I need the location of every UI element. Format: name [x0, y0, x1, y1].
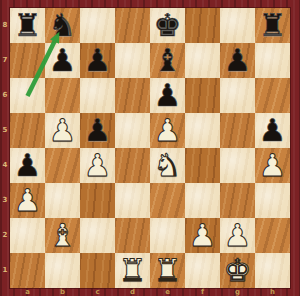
rank-label-5: 5	[0, 113, 10, 148]
board: ♜♞♚♜♟♟♝♟♟♟♟♟♟♟♟♞♟♟♝♟♟♜♜♚	[10, 8, 290, 288]
piece-black-pawn[interactable]: ♟	[220, 43, 255, 78]
square-f6[interactable]	[185, 78, 220, 113]
square-a2[interactable]	[10, 218, 45, 253]
square-e1[interactable]: ♜	[150, 253, 185, 288]
piece-black-rook[interactable]: ♜	[255, 8, 290, 43]
square-h2[interactable]	[255, 218, 290, 253]
square-d5[interactable]	[115, 113, 150, 148]
square-a8[interactable]: ♜	[10, 8, 45, 43]
file-label-a: a	[10, 288, 45, 296]
square-e3[interactable]	[150, 183, 185, 218]
square-b1[interactable]	[45, 253, 80, 288]
square-h4[interactable]: ♟	[255, 148, 290, 183]
square-g4[interactable]	[220, 148, 255, 183]
square-b6[interactable]	[45, 78, 80, 113]
piece-black-pawn[interactable]: ♟	[80, 43, 115, 78]
square-a4[interactable]: ♟	[10, 148, 45, 183]
piece-white-pawn[interactable]: ♟	[45, 113, 80, 148]
piece-black-pawn[interactable]: ♟	[80, 113, 115, 148]
square-c2[interactable]	[80, 218, 115, 253]
piece-white-pawn[interactable]: ♟	[220, 218, 255, 253]
square-g1[interactable]: ♚	[220, 253, 255, 288]
file-label-e: e	[150, 288, 185, 296]
piece-white-pawn[interactable]: ♟	[10, 183, 45, 218]
rank-label-1: 1	[0, 253, 10, 288]
square-g2[interactable]: ♟	[220, 218, 255, 253]
square-g5[interactable]	[220, 113, 255, 148]
piece-black-pawn[interactable]: ♟	[150, 78, 185, 113]
square-d3[interactable]	[115, 183, 150, 218]
square-a6[interactable]	[10, 78, 45, 113]
rank-label-4: 4	[0, 148, 10, 183]
square-f5[interactable]	[185, 113, 220, 148]
piece-black-pawn[interactable]: ♟	[10, 148, 45, 183]
square-b3[interactable]	[45, 183, 80, 218]
piece-black-king[interactable]: ♚	[150, 8, 185, 43]
square-e5[interactable]: ♟	[150, 113, 185, 148]
square-b4[interactable]	[45, 148, 80, 183]
piece-white-rook[interactable]: ♜	[115, 253, 150, 288]
piece-white-bishop[interactable]: ♝	[45, 218, 80, 253]
square-a1[interactable]	[10, 253, 45, 288]
square-c8[interactable]	[80, 8, 115, 43]
file-label-d: d	[115, 288, 150, 296]
piece-black-pawn[interactable]: ♟	[255, 113, 290, 148]
square-g7[interactable]: ♟	[220, 43, 255, 78]
piece-black-bishop[interactable]: ♝	[150, 43, 185, 78]
square-c5[interactable]: ♟	[80, 113, 115, 148]
file-label-c: c	[80, 288, 115, 296]
square-c3[interactable]	[80, 183, 115, 218]
square-f2[interactable]: ♟	[185, 218, 220, 253]
square-h7[interactable]	[255, 43, 290, 78]
square-e8[interactable]: ♚	[150, 8, 185, 43]
square-e7[interactable]: ♝	[150, 43, 185, 78]
piece-white-king[interactable]: ♚	[220, 253, 255, 288]
piece-black-pawn[interactable]: ♟	[45, 43, 80, 78]
square-h3[interactable]	[255, 183, 290, 218]
square-h5[interactable]: ♟	[255, 113, 290, 148]
rank-label-8: 8	[0, 8, 10, 43]
square-d1[interactable]: ♜	[115, 253, 150, 288]
rank-label-3: 3	[0, 183, 10, 218]
file-label-b: b	[45, 288, 80, 296]
piece-white-pawn[interactable]: ♟	[150, 113, 185, 148]
file-label-f: f	[185, 288, 220, 296]
square-d2[interactable]	[115, 218, 150, 253]
piece-black-rook[interactable]: ♜	[10, 8, 45, 43]
square-a3[interactable]: ♟	[10, 183, 45, 218]
square-e6[interactable]: ♟	[150, 78, 185, 113]
square-d7[interactable]	[115, 43, 150, 78]
square-c6[interactable]	[80, 78, 115, 113]
piece-black-knight[interactable]: ♞	[45, 8, 80, 43]
file-label-g: g	[220, 288, 255, 296]
square-c1[interactable]	[80, 253, 115, 288]
chess-board-frame: ♜♞♚♜♟♟♝♟♟♟♟♟♟♟♟♞♟♟♝♟♟♜♜♚ 87654321 abcdef…	[0, 0, 300, 296]
square-g3[interactable]	[220, 183, 255, 218]
file-label-h: h	[255, 288, 290, 296]
square-b5[interactable]: ♟	[45, 113, 80, 148]
square-c7[interactable]: ♟	[80, 43, 115, 78]
square-h8[interactable]: ♜	[255, 8, 290, 43]
piece-white-pawn[interactable]: ♟	[185, 218, 220, 253]
square-e2[interactable]	[150, 218, 185, 253]
square-g8[interactable]	[220, 8, 255, 43]
square-d4[interactable]	[115, 148, 150, 183]
square-f1[interactable]	[185, 253, 220, 288]
rank-label-2: 2	[0, 218, 10, 253]
square-g6[interactable]	[220, 78, 255, 113]
square-h6[interactable]	[255, 78, 290, 113]
rank-label-6: 6	[0, 78, 10, 113]
square-b7[interactable]: ♟	[45, 43, 80, 78]
piece-white-pawn[interactable]: ♟	[255, 148, 290, 183]
piece-white-rook[interactable]: ♜	[150, 253, 185, 288]
square-b8[interactable]: ♞	[45, 8, 80, 43]
piece-white-knight[interactable]: ♞	[150, 148, 185, 183]
square-f8[interactable]	[185, 8, 220, 43]
square-d6[interactable]	[115, 78, 150, 113]
square-b2[interactable]: ♝	[45, 218, 80, 253]
rank-label-7: 7	[0, 43, 10, 78]
square-a7[interactable]	[10, 43, 45, 78]
square-d8[interactable]	[115, 8, 150, 43]
square-h1[interactable]	[255, 253, 290, 288]
square-e4[interactable]: ♞	[150, 148, 185, 183]
piece-white-pawn[interactable]: ♟	[80, 148, 115, 183]
square-f7[interactable]	[185, 43, 220, 78]
square-f3[interactable]	[185, 183, 220, 218]
square-f4[interactable]	[185, 148, 220, 183]
square-c4[interactable]: ♟	[80, 148, 115, 183]
square-a5[interactable]	[10, 113, 45, 148]
